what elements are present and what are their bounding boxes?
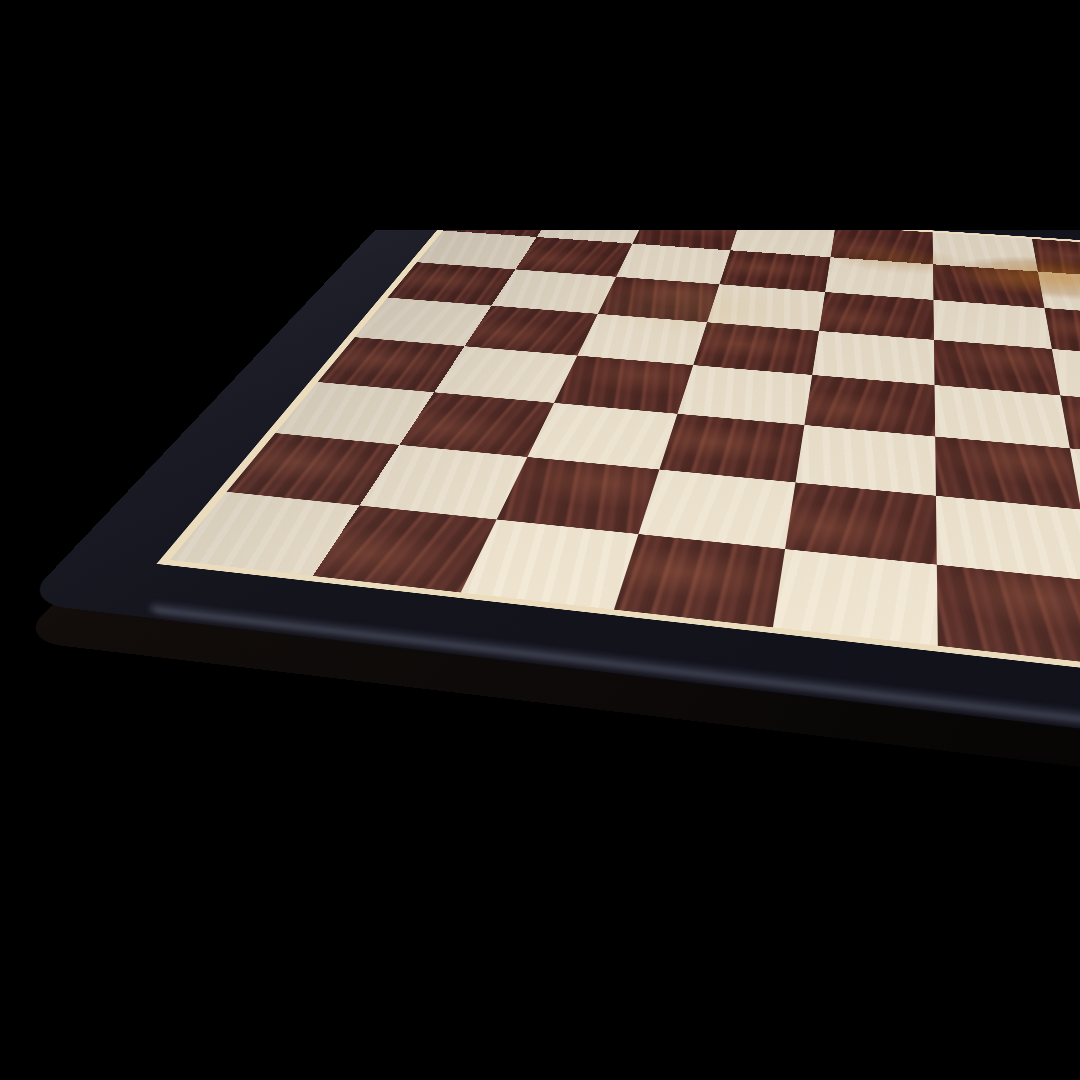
- photo-background: [0, 0, 1080, 1080]
- board-photo-clip: [0, 230, 1080, 1080]
- square-r1f5-light: [773, 549, 938, 646]
- board-squares: [170, 230, 1080, 705]
- square-r1f6-dark: [937, 565, 1080, 665]
- square-r1f4-dark: [614, 534, 785, 627]
